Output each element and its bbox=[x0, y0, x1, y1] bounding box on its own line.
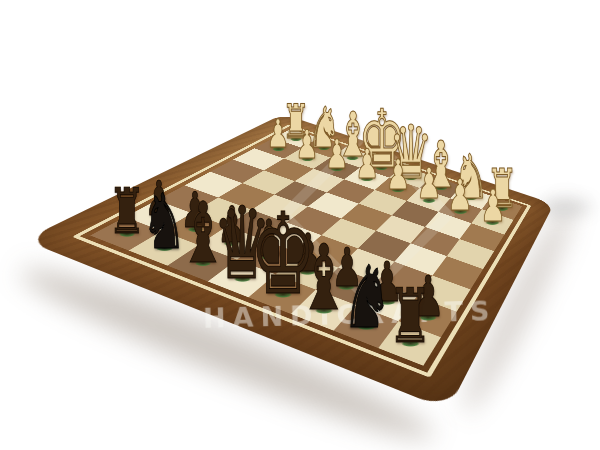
product-photo: HANDICRAFTS ♜♞♟♝♟♚♟♛♟♝♟♞♟♜♟♟♟♟♜♟♞♟♝♟♛♟♚♟… bbox=[0, 0, 600, 450]
